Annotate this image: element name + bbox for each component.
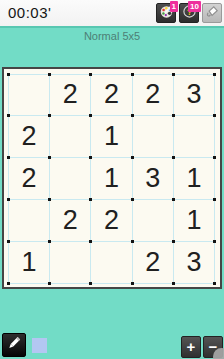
grid-dot — [131, 282, 134, 285]
grid-dot — [172, 73, 175, 76]
grid-dot — [7, 198, 10, 201]
hint-button[interactable]: ? 10 — [179, 3, 199, 23]
grid-dot — [89, 282, 92, 285]
cell[interactable] — [50, 116, 91, 158]
clue-cell[interactable]: 1 — [173, 158, 214, 200]
cell[interactable] — [9, 199, 50, 241]
grid-dot — [7, 114, 10, 117]
grid-dot — [89, 156, 92, 159]
grid-dot — [89, 240, 92, 243]
difficulty-label: Normal 5x5 — [0, 30, 224, 42]
fill-bucket-button[interactable] — [202, 3, 222, 23]
hint-badge: 10 — [188, 1, 201, 12]
palette-button[interactable]: 1 — [156, 3, 176, 23]
clue-cell[interactable]: 2 — [132, 74, 173, 116]
cell[interactable] — [9, 74, 50, 116]
grid-dot — [131, 156, 134, 159]
puzzle-panel: 2223212131221123 — [2, 67, 222, 289]
clue-cell[interactable]: 1 — [173, 199, 214, 241]
grid-dot — [89, 73, 92, 76]
grid-dot — [89, 198, 92, 201]
grid-dot — [213, 198, 216, 201]
grid-dot — [48, 282, 51, 285]
cell[interactable] — [50, 241, 91, 283]
cell[interactable] — [132, 116, 173, 158]
clue-cell[interactable]: 3 — [173, 74, 214, 116]
color-swatch[interactable] — [32, 338, 47, 353]
cell[interactable] — [50, 158, 91, 200]
grid-dot — [7, 240, 10, 243]
clue-cell[interactable]: 2 — [50, 74, 91, 116]
slitherlink-board[interactable]: 2223212131221123 — [9, 74, 215, 283]
top-bar: 00:03' 1 ? — [0, 0, 224, 26]
grid-dot — [48, 114, 51, 117]
subheader: Normal 5x5 — [0, 26, 224, 67]
grid-dot — [48, 156, 51, 159]
game-screen: 00:03' 1 ? — [0, 0, 224, 359]
grid-dot — [213, 156, 216, 159]
clue-cell[interactable]: 3 — [132, 158, 173, 200]
grid-dot — [48, 73, 51, 76]
clue-cell[interactable]: 1 — [9, 241, 50, 283]
grid-dot — [213, 73, 216, 76]
grid-dot — [131, 240, 134, 243]
cell[interactable] — [91, 241, 132, 283]
grid-dot — [7, 73, 10, 76]
pencil-icon — [5, 334, 23, 356]
grid-dot — [213, 282, 216, 285]
grid-dot — [172, 282, 175, 285]
cell[interactable] — [132, 199, 173, 241]
clue-cell[interactable]: 2 — [9, 158, 50, 200]
grid-dot — [48, 198, 51, 201]
clue-cell[interactable]: 2 — [132, 241, 173, 283]
corner-handle — [213, 348, 224, 359]
pencil-button[interactable] — [2, 333, 26, 357]
grid-dot — [131, 73, 134, 76]
grid-dot — [89, 114, 92, 117]
grid-dot — [172, 114, 175, 117]
clue-cell[interactable]: 2 — [50, 199, 91, 241]
grid-dot — [172, 156, 175, 159]
grid-dot — [131, 198, 134, 201]
grid-dot — [131, 114, 134, 117]
clue-cell[interactable]: 2 — [91, 199, 132, 241]
timer: 00:03' — [8, 4, 51, 21]
grid-dot — [172, 198, 175, 201]
cell[interactable] — [173, 116, 214, 158]
grid-dot — [48, 240, 51, 243]
grid-dot — [213, 114, 216, 117]
paint-bucket-icon — [204, 3, 221, 24]
clue-cell[interactable]: 1 — [91, 158, 132, 200]
zoom-in-button[interactable]: + — [181, 336, 201, 358]
clue-cell[interactable]: 1 — [91, 116, 132, 158]
grid-dot — [172, 240, 175, 243]
grid-dot — [7, 282, 10, 285]
clue-cell[interactable]: 2 — [9, 116, 50, 158]
grid-dot — [213, 240, 216, 243]
palette-badge: 1 — [170, 1, 178, 12]
clue-cell[interactable]: 2 — [91, 74, 132, 116]
clue-cell[interactable]: 3 — [173, 241, 214, 283]
grid-dot — [7, 156, 10, 159]
